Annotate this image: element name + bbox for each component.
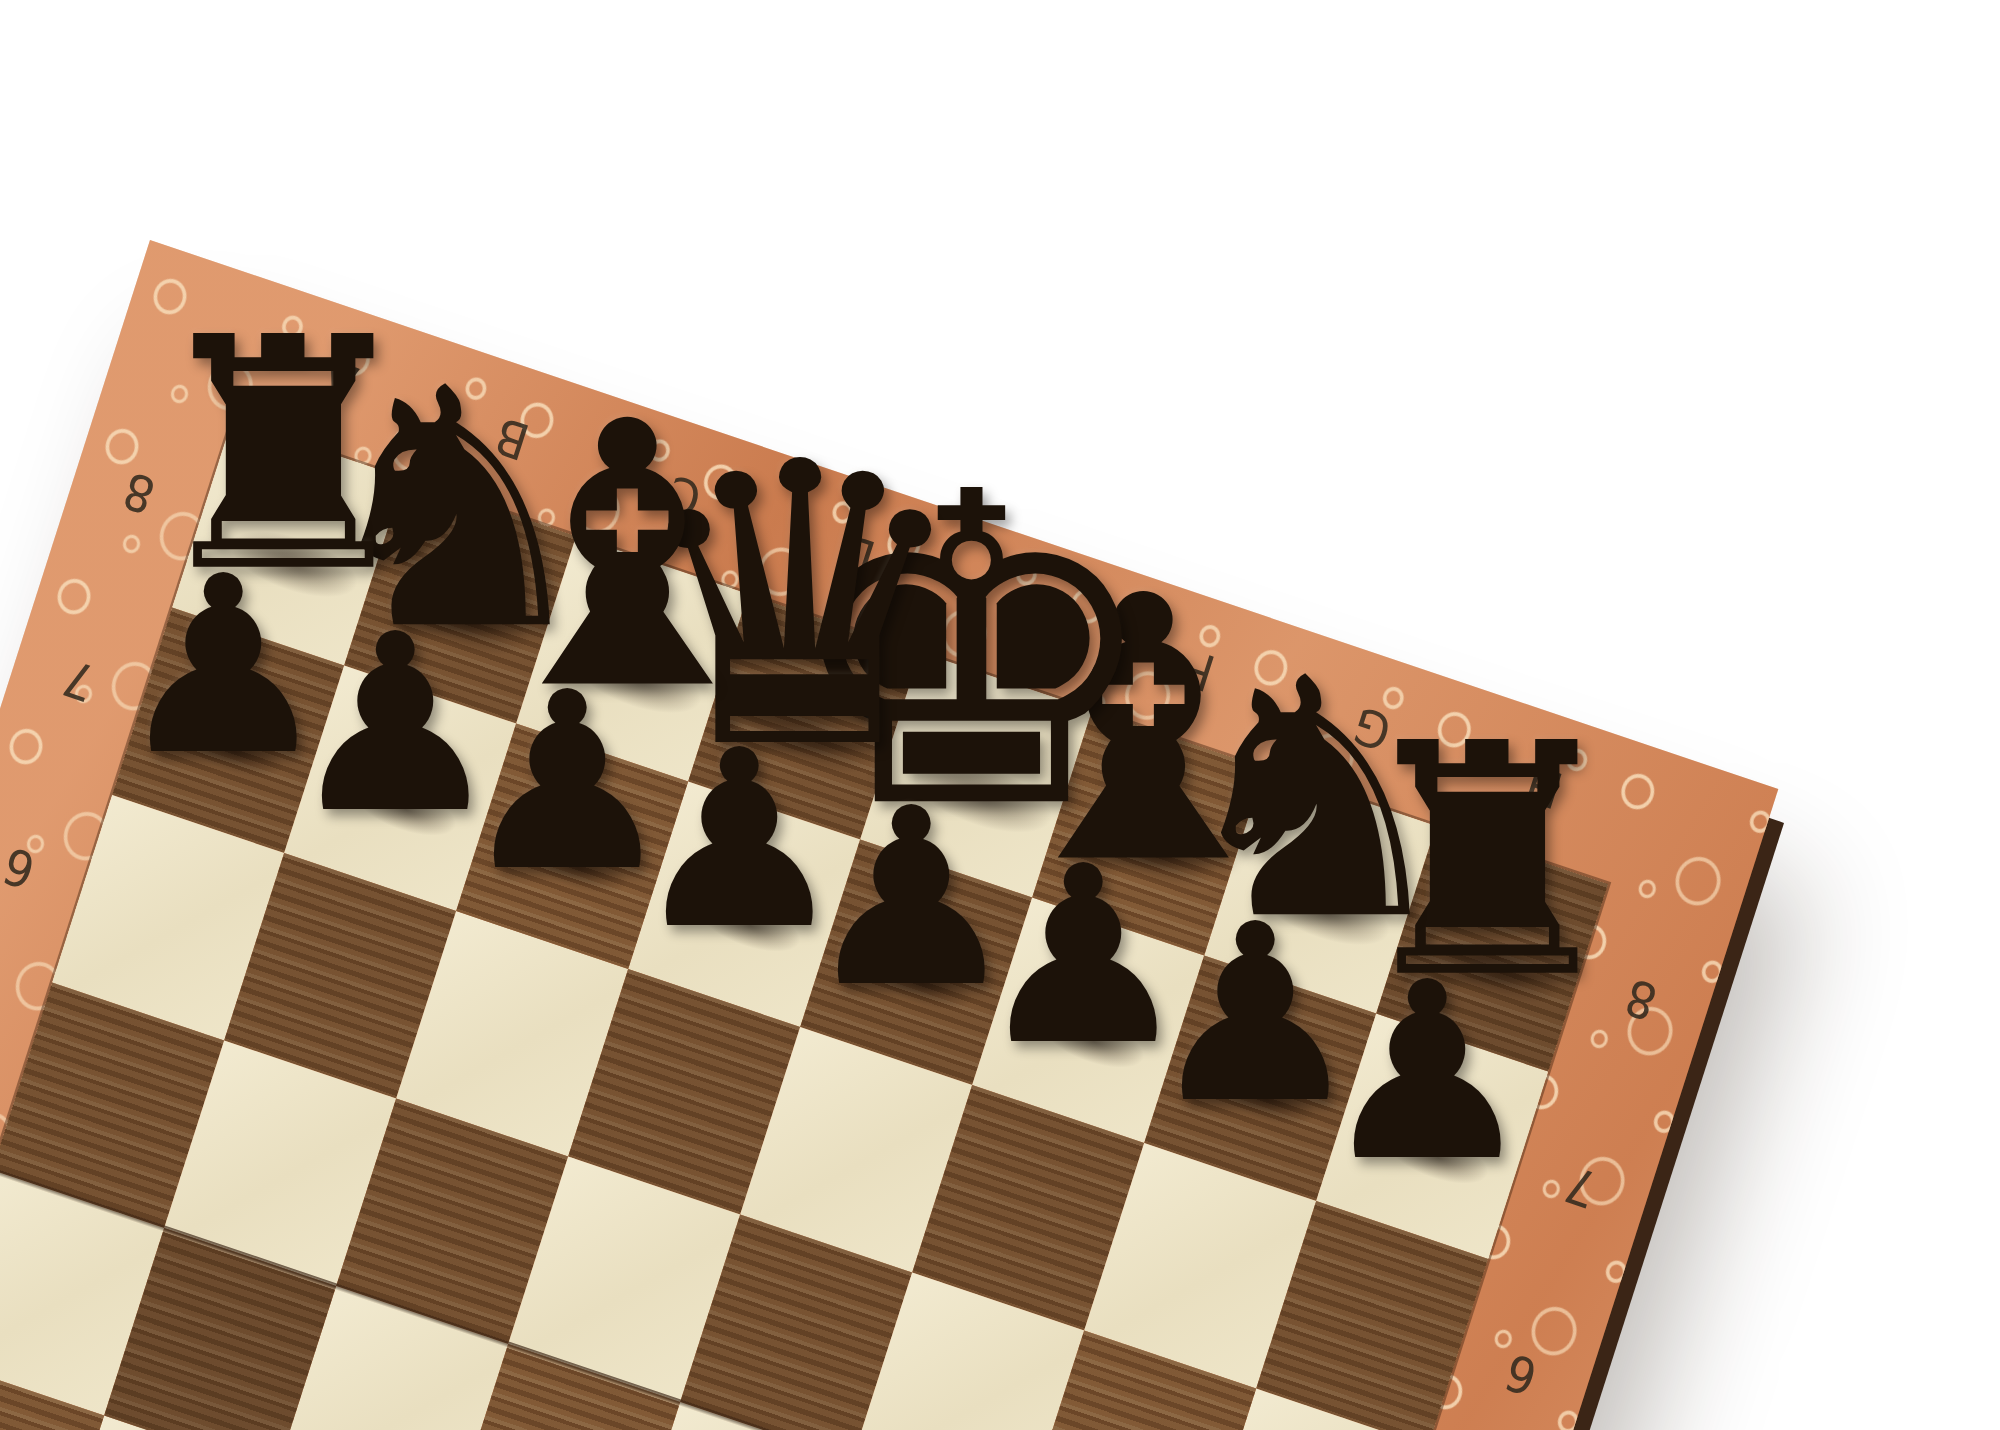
pieces-layer: ♜♞♝♛♚♝♞♜♟♟♟♟♟♟♟♟ xyxy=(0,240,1778,1430)
photo-scene: AABBCCDDEEFFGGHH8877665544332211 ♜♞♝♛♚♝♞… xyxy=(0,0,2000,1430)
board-border: AABBCCDDEEFFGGHH8877665544332211 ♜♞♝♛♚♝♞… xyxy=(0,240,1778,1430)
pawn-glyph: ♟ xyxy=(114,544,334,789)
chess-board: AABBCCDDEEFFGGHH8877665544332211 ♜♞♝♛♚♝♞… xyxy=(0,240,1778,1430)
